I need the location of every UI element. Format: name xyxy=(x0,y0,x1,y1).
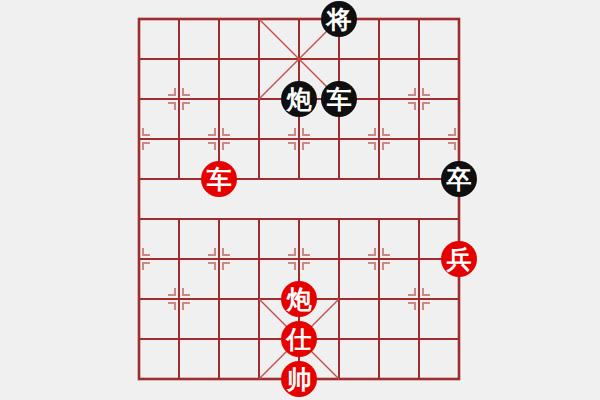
piece-red-cannon[interactable]: 炮 xyxy=(281,281,317,317)
xiangqi-board[interactable]: 将炮车卒车兵炮仕帅 xyxy=(119,0,479,399)
piece-black-general[interactable]: 将 xyxy=(321,1,357,37)
piece-black-cannon[interactable]: 炮 xyxy=(281,81,317,117)
piece-red-advisor[interactable]: 仕 xyxy=(281,321,317,357)
piece-red-general[interactable]: 帅 xyxy=(281,361,317,397)
piece-red-soldier[interactable]: 兵 xyxy=(441,241,477,277)
piece-black-soldier[interactable]: 卒 xyxy=(441,161,477,197)
xiangqi-app: 将炮车卒车兵炮仕帅 xyxy=(0,0,600,400)
piece-black-chariot[interactable]: 车 xyxy=(321,81,357,117)
piece-red-chariot[interactable]: 车 xyxy=(201,161,237,197)
